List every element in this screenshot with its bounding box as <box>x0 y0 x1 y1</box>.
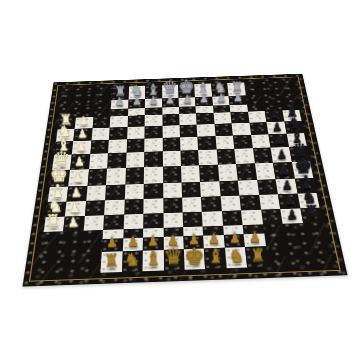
square[interactable]: ♟ <box>64 216 85 231</box>
square[interactable] <box>253 147 273 163</box>
square[interactable] <box>91 127 109 140</box>
square[interactable] <box>214 123 233 136</box>
square[interactable] <box>163 212 183 227</box>
ivory-pawn[interactable]: ♟ <box>77 127 88 139</box>
silver-pawn[interactable]: ♟ <box>182 93 192 104</box>
square[interactable] <box>163 166 182 183</box>
square[interactable] <box>90 140 109 154</box>
corner-marble-block <box>95 87 113 101</box>
square[interactable]: ♟ <box>71 154 91 170</box>
square[interactable] <box>143 213 163 228</box>
ivory-pawn[interactable]: ♟ <box>74 155 85 167</box>
corner-marble-block <box>304 231 327 245</box>
ivory-pawn[interactable]: ♟ <box>69 201 81 214</box>
square[interactable]: ♝ <box>143 250 164 271</box>
square[interactable] <box>257 179 278 195</box>
square[interactable] <box>198 136 217 150</box>
brass-pawn[interactable]: ♟ <box>249 231 261 245</box>
square[interactable] <box>163 182 182 198</box>
ivory-pawn[interactable]: ♟ <box>71 186 83 199</box>
square[interactable] <box>222 210 243 225</box>
square[interactable] <box>180 150 199 166</box>
square[interactable] <box>93 116 111 128</box>
ivory-pawn[interactable]: ♟ <box>68 215 80 228</box>
square[interactable] <box>108 139 127 153</box>
black-rook[interactable]: ♜ <box>304 203 319 220</box>
square[interactable] <box>104 199 124 215</box>
square[interactable] <box>235 148 255 164</box>
square[interactable] <box>251 134 271 148</box>
square[interactable] <box>198 149 217 165</box>
corner-marble-block <box>244 82 263 96</box>
square[interactable]: ♛ <box>163 249 184 270</box>
black-pawn[interactable]: ♟ <box>270 108 281 120</box>
square[interactable]: ♟ <box>67 186 88 202</box>
silver-pawn[interactable]: ♟ <box>233 92 243 103</box>
square[interactable] <box>182 197 202 213</box>
square[interactable] <box>231 111 250 123</box>
square[interactable] <box>106 168 125 185</box>
black-pawn[interactable]: ♟ <box>281 179 293 192</box>
brass-pawn[interactable]: ♟ <box>106 236 118 250</box>
corner-marble-block <box>82 239 103 253</box>
corner-marble-block <box>38 254 61 275</box>
square[interactable] <box>109 127 127 140</box>
square[interactable] <box>261 209 283 224</box>
square[interactable] <box>215 135 234 149</box>
silver-pawn[interactable]: ♟ <box>199 93 209 104</box>
square[interactable] <box>125 167 144 184</box>
square[interactable]: ♚ <box>184 249 206 270</box>
black-pawn[interactable]: ♟ <box>274 133 285 145</box>
square[interactable] <box>127 126 145 139</box>
square[interactable] <box>232 122 251 135</box>
silver-pawn[interactable]: ♟ <box>131 95 141 106</box>
corner-marble-block <box>59 253 82 274</box>
square[interactable] <box>220 195 241 210</box>
square[interactable] <box>200 181 220 197</box>
square[interactable] <box>233 135 252 149</box>
brass-bishop[interactable]: ♝ <box>207 246 225 266</box>
square[interactable] <box>248 111 267 123</box>
square[interactable] <box>219 180 239 196</box>
board-grid: ♜♞♝♛♚♝♞♜♟♟♟♟♟♟♟♟♜♟♟♜♞♟♟♞♝♟♟♝♛♟♟♛♚♟♟♚♝♟♟♝… <box>38 81 332 275</box>
square[interactable]: ♟ <box>72 140 91 154</box>
ivory-pawn[interactable]: ♟ <box>72 171 83 184</box>
brass-bishop[interactable]: ♝ <box>144 249 162 269</box>
square[interactable] <box>241 209 262 224</box>
square[interactable] <box>105 184 125 200</box>
square[interactable] <box>144 151 162 167</box>
silver-pawn[interactable]: ♟ <box>216 92 226 103</box>
corner-marble-block <box>41 241 63 255</box>
square[interactable] <box>84 215 105 230</box>
corner-marble-block <box>78 88 96 102</box>
square[interactable] <box>89 153 108 169</box>
silver-pawn[interactable]: ♟ <box>148 95 158 106</box>
ivory-pawn[interactable]: ♟ <box>79 115 90 127</box>
square[interactable] <box>202 211 223 226</box>
square[interactable]: ♜ <box>245 246 268 267</box>
square[interactable] <box>182 182 202 198</box>
square[interactable]: ♜ <box>44 216 66 231</box>
black-pawn[interactable]: ♟ <box>271 120 282 132</box>
square[interactable]: ♞ <box>122 251 143 272</box>
square[interactable] <box>197 124 215 137</box>
square[interactable]: ♟ <box>280 208 302 223</box>
square[interactable]: ♝ <box>204 248 226 269</box>
black-pawn[interactable]: ♟ <box>286 207 298 220</box>
square[interactable] <box>199 164 219 181</box>
corner-marble-block <box>247 104 265 112</box>
square[interactable] <box>125 184 144 200</box>
corner-marble-block <box>262 94 280 103</box>
brass-rook[interactable]: ♜ <box>103 252 119 270</box>
black-pawn[interactable]: ♟ <box>276 148 287 160</box>
corner-marble-block <box>264 233 286 247</box>
square[interactable] <box>124 199 144 215</box>
brass-queen[interactable]: ♛ <box>164 246 184 268</box>
square[interactable] <box>213 112 231 124</box>
square[interactable] <box>162 114 180 126</box>
square[interactable] <box>196 113 214 125</box>
square[interactable] <box>107 152 126 168</box>
brass-pawn[interactable]: ♟ <box>228 231 240 245</box>
square[interactable] <box>238 180 259 196</box>
square[interactable] <box>179 113 197 125</box>
corner-marble-block <box>277 81 296 95</box>
square[interactable] <box>218 164 238 181</box>
corner-marble-block <box>307 244 332 265</box>
square[interactable] <box>123 214 143 229</box>
corner-marble-block <box>61 240 83 254</box>
brass-knight[interactable]: ♞ <box>124 250 141 269</box>
square[interactable] <box>127 115 145 127</box>
square[interactable] <box>87 168 107 185</box>
ivory-rook[interactable]: ♜ <box>46 212 61 229</box>
square[interactable] <box>144 138 162 152</box>
square[interactable] <box>180 124 198 137</box>
square[interactable] <box>183 211 203 226</box>
square[interactable]: ♟ <box>212 96 230 105</box>
square[interactable] <box>126 152 145 168</box>
silver-pawn[interactable]: ♟ <box>114 96 124 107</box>
square[interactable] <box>259 194 281 209</box>
square[interactable] <box>217 149 237 165</box>
square[interactable] <box>110 116 128 128</box>
black-pawn[interactable]: ♟ <box>284 193 296 206</box>
square[interactable] <box>236 163 257 180</box>
square[interactable] <box>126 138 144 152</box>
square[interactable]: ♟ <box>69 169 89 186</box>
square[interactable] <box>163 197 183 213</box>
ivory-pawn[interactable]: ♟ <box>76 140 87 152</box>
square[interactable] <box>162 150 181 166</box>
brass-knight[interactable]: ♞ <box>228 247 245 266</box>
square[interactable] <box>144 166 163 183</box>
square[interactable] <box>181 165 200 182</box>
square[interactable] <box>180 137 198 151</box>
corner-marble-block <box>284 232 306 246</box>
corner-marble-block <box>61 88 79 102</box>
square[interactable] <box>240 195 261 210</box>
square[interactable] <box>162 137 180 151</box>
four-way-chess-board: ♜♞♝♛♚♝♞♜♟♟♟♟♟♟♟♟♜♟♟♜♞♟♟♞♝♟♟♝♛♟♟♛♚♟♟♚♝♟♟♝… <box>22 74 347 287</box>
corner-marble-block <box>266 246 290 267</box>
silver-pawn[interactable]: ♟ <box>165 94 175 105</box>
square[interactable] <box>145 126 163 139</box>
photo-background: ♜♞♝♛♚♝♞♜♟♟♟♟♟♟♟♟♜♟♟♜♞♟♟♞♝♟♟♝♛♟♟♛♚♟♟♚♝♟♟♝… <box>0 0 356 356</box>
square[interactable] <box>85 200 106 216</box>
square[interactable] <box>144 183 163 199</box>
square[interactable] <box>162 125 180 138</box>
brass-king[interactable]: ♚ <box>184 244 205 267</box>
square[interactable] <box>144 198 164 214</box>
square[interactable]: ♜ <box>300 207 323 222</box>
square[interactable] <box>249 122 268 135</box>
square[interactable] <box>103 214 123 229</box>
square[interactable]: ♜ <box>101 251 123 272</box>
square[interactable] <box>255 162 276 179</box>
square[interactable]: ♞ <box>225 247 248 268</box>
brass-pawn[interactable]: ♟ <box>126 235 138 249</box>
square[interactable] <box>145 114 162 126</box>
square[interactable] <box>201 196 221 212</box>
brass-rook[interactable]: ♜ <box>249 247 265 265</box>
black-pawn[interactable]: ♟ <box>279 164 290 177</box>
square[interactable]: ♟ <box>271 147 292 163</box>
corner-marble-block <box>80 252 102 273</box>
square[interactable] <box>86 185 106 201</box>
